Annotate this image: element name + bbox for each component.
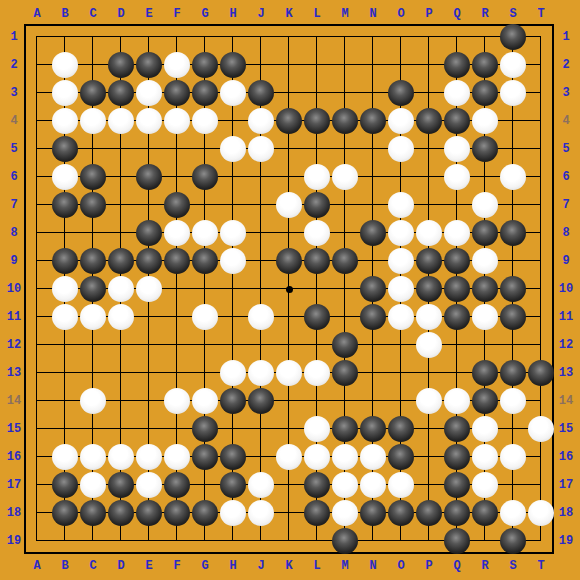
row-label-left: 1 xyxy=(10,30,17,44)
black-stone-B5 xyxy=(52,136,78,162)
white-stone-L6 xyxy=(304,164,330,190)
column-label-bottom: C xyxy=(89,559,96,573)
black-stone-G9 xyxy=(192,248,218,274)
white-stone-P11 xyxy=(416,304,442,330)
black-stone-B18 xyxy=(52,500,78,526)
white-stone-S2 xyxy=(500,52,526,78)
white-stone-J5 xyxy=(248,136,274,162)
white-stone-O17 xyxy=(388,472,414,498)
column-label-bottom: B xyxy=(61,559,68,573)
black-stone-R2 xyxy=(472,52,498,78)
white-stone-J13 xyxy=(248,360,274,386)
white-stone-M16 xyxy=(332,444,358,470)
row-label-right: 5 xyxy=(562,142,569,156)
black-stone-P9 xyxy=(416,248,442,274)
white-stone-H13 xyxy=(220,360,246,386)
black-stone-G18 xyxy=(192,500,218,526)
white-stone-M18 xyxy=(332,500,358,526)
column-label-bottom: O xyxy=(397,559,404,573)
white-stone-B4 xyxy=(52,108,78,134)
column-label-top: F xyxy=(173,7,180,21)
black-stone-Q2 xyxy=(444,52,470,78)
go-board-screenshot: AABBCCDDEEFFGGHHJJKKLLMMNNOOPPQQRRSSTT11… xyxy=(0,0,580,580)
black-stone-L9 xyxy=(304,248,330,274)
row-label-left: 7 xyxy=(10,198,17,212)
black-stone-L17 xyxy=(304,472,330,498)
black-stone-H2 xyxy=(220,52,246,78)
black-stone-G2 xyxy=(192,52,218,78)
black-stone-D3 xyxy=(108,80,134,106)
white-stone-D10 xyxy=(108,276,134,302)
row-label-left: 9 xyxy=(10,254,17,268)
column-label-bottom: P xyxy=(425,559,432,573)
white-stone-R15 xyxy=(472,416,498,442)
black-stone-Q16 xyxy=(444,444,470,470)
black-stone-F17 xyxy=(164,472,190,498)
black-stone-Q15 xyxy=(444,416,470,442)
column-label-top: M xyxy=(341,7,348,21)
row-label-left: 10 xyxy=(7,282,21,296)
column-label-top: G xyxy=(201,7,208,21)
white-stone-G8 xyxy=(192,220,218,246)
column-label-top: O xyxy=(397,7,404,21)
white-stone-H18 xyxy=(220,500,246,526)
row-label-right: 13 xyxy=(559,366,573,380)
white-stone-R4 xyxy=(472,108,498,134)
row-label-left: 3 xyxy=(10,86,17,100)
white-stone-C11 xyxy=(80,304,106,330)
white-stone-O10 xyxy=(388,276,414,302)
white-stone-C16 xyxy=(80,444,106,470)
white-stone-M6 xyxy=(332,164,358,190)
white-stone-B11 xyxy=(52,304,78,330)
white-stone-E3 xyxy=(136,80,162,106)
black-stone-S19 xyxy=(500,528,526,554)
column-label-bottom: E xyxy=(145,559,152,573)
white-stone-B2 xyxy=(52,52,78,78)
white-stone-L16 xyxy=(304,444,330,470)
black-stone-R5 xyxy=(472,136,498,162)
column-label-top: L xyxy=(313,7,320,21)
black-stone-M9 xyxy=(332,248,358,274)
black-stone-S13 xyxy=(500,360,526,386)
black-stone-F18 xyxy=(164,500,190,526)
black-stone-K4 xyxy=(276,108,302,134)
black-stone-O18 xyxy=(388,500,414,526)
column-label-bottom: F xyxy=(173,559,180,573)
row-label-right: 11 xyxy=(559,310,573,324)
white-stone-F4 xyxy=(164,108,190,134)
white-stone-S6 xyxy=(500,164,526,190)
black-stone-S1 xyxy=(500,24,526,50)
goban[interactable] xyxy=(23,23,555,555)
black-stone-G16 xyxy=(192,444,218,470)
white-stone-C4 xyxy=(80,108,106,134)
black-stone-L4 xyxy=(304,108,330,134)
white-stone-T18 xyxy=(528,500,554,526)
column-label-bottom: G xyxy=(201,559,208,573)
white-stone-D16 xyxy=(108,444,134,470)
white-stone-G11 xyxy=(192,304,218,330)
row-label-left: 2 xyxy=(10,58,17,72)
white-stone-E4 xyxy=(136,108,162,134)
black-stone-C7 xyxy=(80,192,106,218)
row-label-right: 17 xyxy=(559,478,573,492)
row-label-right: 2 xyxy=(562,58,569,72)
black-stone-Q18 xyxy=(444,500,470,526)
row-label-right: 3 xyxy=(562,86,569,100)
row-label-left: 5 xyxy=(10,142,17,156)
white-stone-P8 xyxy=(416,220,442,246)
column-label-top: R xyxy=(481,7,488,21)
column-label-top: E xyxy=(145,7,152,21)
column-label-bottom: D xyxy=(117,559,124,573)
row-label-right: 4 xyxy=(562,114,569,128)
black-stone-Q4 xyxy=(444,108,470,134)
black-stone-B17 xyxy=(52,472,78,498)
white-stone-F2 xyxy=(164,52,190,78)
white-stone-N17 xyxy=(360,472,386,498)
row-label-left: 14 xyxy=(7,394,21,408)
black-stone-D2 xyxy=(108,52,134,78)
white-stone-S16 xyxy=(500,444,526,470)
white-stone-Q14 xyxy=(444,388,470,414)
column-label-bottom: S xyxy=(509,559,516,573)
white-stone-O7 xyxy=(388,192,414,218)
black-stone-F7 xyxy=(164,192,190,218)
black-stone-C9 xyxy=(80,248,106,274)
row-label-right: 19 xyxy=(559,534,573,548)
black-stone-R18 xyxy=(472,500,498,526)
row-label-left: 16 xyxy=(7,450,21,464)
black-stone-M4 xyxy=(332,108,358,134)
row-label-right: 16 xyxy=(559,450,573,464)
white-stone-F8 xyxy=(164,220,190,246)
row-label-right: 1 xyxy=(562,30,569,44)
white-stone-D4 xyxy=(108,108,134,134)
black-stone-M13 xyxy=(332,360,358,386)
white-stone-J4 xyxy=(248,108,274,134)
black-stone-N4 xyxy=(360,108,386,134)
black-stone-P10 xyxy=(416,276,442,302)
black-stone-E2 xyxy=(136,52,162,78)
black-stone-Q9 xyxy=(444,248,470,274)
white-stone-L13 xyxy=(304,360,330,386)
tengen-star-point xyxy=(286,286,293,293)
column-label-top: B xyxy=(61,7,68,21)
white-stone-S14 xyxy=(500,388,526,414)
white-stone-Q8 xyxy=(444,220,470,246)
black-stone-D18 xyxy=(108,500,134,526)
column-label-top: J xyxy=(257,7,264,21)
black-stone-J3 xyxy=(248,80,274,106)
black-stone-S8 xyxy=(500,220,526,246)
black-stone-C10 xyxy=(80,276,106,302)
black-stone-C6 xyxy=(80,164,106,190)
column-label-bottom: R xyxy=(481,559,488,573)
black-stone-N15 xyxy=(360,416,386,442)
black-stone-Q19 xyxy=(444,528,470,554)
white-stone-B16 xyxy=(52,444,78,470)
black-stone-Q11 xyxy=(444,304,470,330)
white-stone-F16 xyxy=(164,444,190,470)
white-stone-E10 xyxy=(136,276,162,302)
white-stone-H3 xyxy=(220,80,246,106)
column-label-top: Q xyxy=(453,7,460,21)
white-stone-L15 xyxy=(304,416,330,442)
white-stone-D11 xyxy=(108,304,134,330)
row-label-left: 8 xyxy=(10,226,17,240)
black-stone-Q17 xyxy=(444,472,470,498)
column-label-bottom: K xyxy=(285,559,292,573)
black-stone-F9 xyxy=(164,248,190,274)
white-stone-G14 xyxy=(192,388,218,414)
white-stone-O5 xyxy=(388,136,414,162)
black-stone-T13 xyxy=(528,360,554,386)
white-stone-O8 xyxy=(388,220,414,246)
black-stone-O15 xyxy=(388,416,414,442)
white-stone-O9 xyxy=(388,248,414,274)
black-stone-P4 xyxy=(416,108,442,134)
black-stone-S11 xyxy=(500,304,526,330)
column-label-top: C xyxy=(89,7,96,21)
row-label-left: 17 xyxy=(7,478,21,492)
black-stone-O16 xyxy=(388,444,414,470)
column-label-bottom: J xyxy=(257,559,264,573)
black-stone-M19 xyxy=(332,528,358,554)
column-label-top: A xyxy=(33,7,40,21)
column-label-bottom: Q xyxy=(453,559,460,573)
white-stone-R7 xyxy=(472,192,498,218)
white-stone-S18 xyxy=(500,500,526,526)
white-stone-M17 xyxy=(332,472,358,498)
white-stone-C14 xyxy=(80,388,106,414)
column-label-bottom: M xyxy=(341,559,348,573)
row-label-left: 12 xyxy=(7,338,21,352)
white-stone-H9 xyxy=(220,248,246,274)
white-stone-P12 xyxy=(416,332,442,358)
row-label-right: 10 xyxy=(559,282,573,296)
row-label-left: 18 xyxy=(7,506,21,520)
white-stone-K13 xyxy=(276,360,302,386)
black-stone-R10 xyxy=(472,276,498,302)
black-stone-E18 xyxy=(136,500,162,526)
white-stone-P14 xyxy=(416,388,442,414)
row-label-right: 6 xyxy=(562,170,569,184)
white-stone-R16 xyxy=(472,444,498,470)
row-label-right: 18 xyxy=(559,506,573,520)
black-stone-G6 xyxy=(192,164,218,190)
row-label-left: 4 xyxy=(10,114,17,128)
column-label-top: P xyxy=(425,7,432,21)
white-stone-S3 xyxy=(500,80,526,106)
white-stone-R9 xyxy=(472,248,498,274)
black-stone-N8 xyxy=(360,220,386,246)
black-stone-O3 xyxy=(388,80,414,106)
column-label-bottom: L xyxy=(313,559,320,573)
column-label-top: S xyxy=(509,7,516,21)
black-stone-Q10 xyxy=(444,276,470,302)
white-stone-E16 xyxy=(136,444,162,470)
black-stone-R14 xyxy=(472,388,498,414)
row-label-left: 19 xyxy=(7,534,21,548)
row-label-right: 7 xyxy=(562,198,569,212)
black-stone-R8 xyxy=(472,220,498,246)
black-stone-G3 xyxy=(192,80,218,106)
black-stone-L11 xyxy=(304,304,330,330)
black-stone-M12 xyxy=(332,332,358,358)
row-label-left: 15 xyxy=(7,422,21,436)
column-label-top: N xyxy=(369,7,376,21)
white-stone-L8 xyxy=(304,220,330,246)
white-stone-T15 xyxy=(528,416,554,442)
white-stone-J18 xyxy=(248,500,274,526)
black-stone-E9 xyxy=(136,248,162,274)
black-stone-P18 xyxy=(416,500,442,526)
white-stone-F14 xyxy=(164,388,190,414)
row-label-right: 15 xyxy=(559,422,573,436)
row-label-right: 14 xyxy=(559,394,573,408)
row-label-right: 12 xyxy=(559,338,573,352)
black-stone-H17 xyxy=(220,472,246,498)
white-stone-R11 xyxy=(472,304,498,330)
row-label-right: 8 xyxy=(562,226,569,240)
black-stone-F3 xyxy=(164,80,190,106)
row-label-left: 13 xyxy=(7,366,21,380)
column-label-bottom: T xyxy=(537,559,544,573)
white-stone-E17 xyxy=(136,472,162,498)
black-stone-L7 xyxy=(304,192,330,218)
black-stone-C3 xyxy=(80,80,106,106)
black-stone-R13 xyxy=(472,360,498,386)
row-label-left: 6 xyxy=(10,170,17,184)
black-stone-R3 xyxy=(472,80,498,106)
white-stone-G4 xyxy=(192,108,218,134)
white-stone-O11 xyxy=(388,304,414,330)
black-stone-L18 xyxy=(304,500,330,526)
white-stone-C17 xyxy=(80,472,106,498)
black-stone-G15 xyxy=(192,416,218,442)
white-stone-Q3 xyxy=(444,80,470,106)
black-stone-D9 xyxy=(108,248,134,274)
white-stone-B6 xyxy=(52,164,78,190)
white-stone-J11 xyxy=(248,304,274,330)
white-stone-K7 xyxy=(276,192,302,218)
white-stone-B10 xyxy=(52,276,78,302)
column-label-top: H xyxy=(229,7,236,21)
black-stone-C18 xyxy=(80,500,106,526)
black-stone-E6 xyxy=(136,164,162,190)
black-stone-J14 xyxy=(248,388,274,414)
row-label-left: 11 xyxy=(7,310,21,324)
column-label-bottom: N xyxy=(369,559,376,573)
black-stone-H16 xyxy=(220,444,246,470)
column-label-bottom: A xyxy=(33,559,40,573)
column-label-top: D xyxy=(117,7,124,21)
black-stone-N11 xyxy=(360,304,386,330)
column-label-top: K xyxy=(285,7,292,21)
white-stone-K16 xyxy=(276,444,302,470)
black-stone-B7 xyxy=(52,192,78,218)
black-stone-M15 xyxy=(332,416,358,442)
white-stone-B3 xyxy=(52,80,78,106)
white-stone-O4 xyxy=(388,108,414,134)
white-stone-J17 xyxy=(248,472,274,498)
black-stone-N10 xyxy=(360,276,386,302)
black-stone-K9 xyxy=(276,248,302,274)
column-label-bottom: H xyxy=(229,559,236,573)
black-stone-E8 xyxy=(136,220,162,246)
column-label-top: T xyxy=(537,7,544,21)
white-stone-Q6 xyxy=(444,164,470,190)
white-stone-H5 xyxy=(220,136,246,162)
black-stone-H14 xyxy=(220,388,246,414)
black-stone-N18 xyxy=(360,500,386,526)
white-stone-H8 xyxy=(220,220,246,246)
row-label-right: 9 xyxy=(562,254,569,268)
black-stone-B9 xyxy=(52,248,78,274)
white-stone-R17 xyxy=(472,472,498,498)
white-stone-N16 xyxy=(360,444,386,470)
white-stone-Q5 xyxy=(444,136,470,162)
black-stone-S10 xyxy=(500,276,526,302)
black-stone-D17 xyxy=(108,472,134,498)
